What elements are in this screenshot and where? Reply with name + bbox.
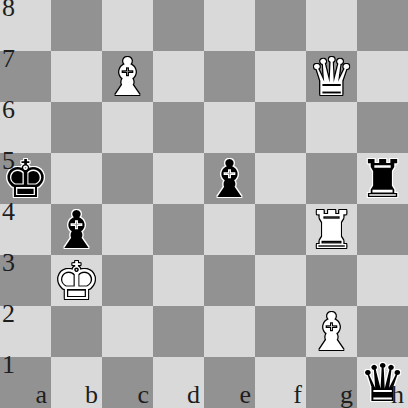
square-g2[interactable]: ♝ (306, 306, 357, 357)
square-h4[interactable] (357, 204, 408, 255)
black-bishop[interactable]: ♝ (204, 153, 255, 204)
square-g1[interactable]: g (306, 357, 357, 408)
file-label-f: f (293, 382, 302, 408)
square-f4[interactable] (255, 204, 306, 255)
square-c2[interactable] (102, 306, 153, 357)
square-c4[interactable] (102, 204, 153, 255)
rank-label-4: 4 (2, 199, 15, 225)
square-e2[interactable] (204, 306, 255, 357)
square-d5[interactable] (153, 153, 204, 204)
square-e7[interactable] (204, 51, 255, 102)
square-e8[interactable] (204, 0, 255, 51)
square-g8[interactable] (306, 0, 357, 51)
white-rook[interactable]: ♜ (306, 204, 357, 255)
square-c8[interactable] (102, 0, 153, 51)
square-d6[interactable] (153, 102, 204, 153)
square-b1[interactable]: b (51, 357, 102, 408)
square-e3[interactable] (204, 255, 255, 306)
file-label-a: a (35, 382, 47, 408)
file-label-d: d (187, 382, 200, 408)
file-label-e: e (239, 382, 251, 408)
square-g4[interactable]: ♜ (306, 204, 357, 255)
square-h6[interactable] (357, 102, 408, 153)
rank-label-8: 8 (2, 0, 15, 21)
black-bishop[interactable]: ♝ (51, 204, 102, 255)
rank-label-5: 5 (2, 148, 15, 174)
square-b5[interactable] (51, 153, 102, 204)
square-f7[interactable] (255, 51, 306, 102)
square-h5[interactable]: ♜ (357, 153, 408, 204)
rank-label-3: 3 (2, 250, 15, 276)
file-label-g: g (340, 382, 353, 408)
square-h1[interactable]: h♛ (357, 357, 408, 408)
square-d1[interactable]: d (153, 357, 204, 408)
square-e5[interactable]: ♝ (204, 153, 255, 204)
square-d4[interactable] (153, 204, 204, 255)
square-a1[interactable]: 1a (0, 357, 51, 408)
square-b2[interactable] (51, 306, 102, 357)
rank-label-2: 2 (2, 301, 15, 327)
square-f6[interactable] (255, 102, 306, 153)
square-e4[interactable] (204, 204, 255, 255)
white-queen[interactable]: ♛ (306, 51, 357, 102)
rank-label-1: 1 (2, 352, 15, 378)
square-g3[interactable] (306, 255, 357, 306)
square-d7[interactable] (153, 51, 204, 102)
square-b8[interactable] (51, 0, 102, 51)
square-f8[interactable] (255, 0, 306, 51)
square-e1[interactable]: e (204, 357, 255, 408)
square-b6[interactable] (51, 102, 102, 153)
black-rook[interactable]: ♜ (357, 153, 408, 204)
square-g6[interactable] (306, 102, 357, 153)
square-c5[interactable] (102, 153, 153, 204)
white-bishop[interactable]: ♝ (102, 51, 153, 102)
square-b4[interactable]: ♝ (51, 204, 102, 255)
white-bishop[interactable]: ♝ (306, 306, 357, 357)
square-d3[interactable] (153, 255, 204, 306)
rank-label-6: 6 (2, 97, 15, 123)
square-e6[interactable] (204, 102, 255, 153)
square-f3[interactable] (255, 255, 306, 306)
square-g7[interactable]: ♛ (306, 51, 357, 102)
file-label-h: h (391, 382, 404, 408)
square-f5[interactable] (255, 153, 306, 204)
square-d8[interactable] (153, 0, 204, 51)
chess-board: 87♝♛65♚♝♜4♝♜3♚2♝1abcdefgh♛ (0, 0, 408, 408)
rank-label-7: 7 (2, 46, 15, 72)
square-h7[interactable] (357, 51, 408, 102)
square-b7[interactable] (51, 51, 102, 102)
file-label-c: c (137, 382, 149, 408)
white-king[interactable]: ♚ (51, 255, 102, 306)
square-d2[interactable] (153, 306, 204, 357)
square-b3[interactable]: ♚ (51, 255, 102, 306)
square-f1[interactable]: f (255, 357, 306, 408)
square-h2[interactable] (357, 306, 408, 357)
square-c6[interactable] (102, 102, 153, 153)
file-label-b: b (85, 382, 98, 408)
square-c7[interactable]: ♝ (102, 51, 153, 102)
square-c3[interactable] (102, 255, 153, 306)
square-h3[interactable] (357, 255, 408, 306)
square-g5[interactable] (306, 153, 357, 204)
square-c1[interactable]: c (102, 357, 153, 408)
square-f2[interactable] (255, 306, 306, 357)
square-h8[interactable] (357, 0, 408, 51)
